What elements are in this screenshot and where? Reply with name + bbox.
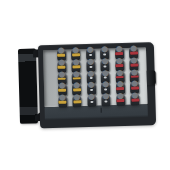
red-band bbox=[130, 52, 138, 55]
red-band bbox=[131, 99, 139, 102]
peg-r5-c2-yellow[interactable]: ● bbox=[73, 96, 82, 107]
mold-mark bbox=[101, 108, 102, 113]
gray-band bbox=[104, 88, 107, 90]
yellow-band bbox=[73, 100, 81, 103]
yellow-band bbox=[57, 54, 65, 57]
gray-band bbox=[103, 53, 106, 55]
peg-r5-c1-yellow[interactable]: ● bbox=[58, 97, 67, 108]
belt-clip bbox=[18, 48, 38, 123]
gray-band bbox=[105, 100, 108, 102]
gray-band bbox=[90, 89, 93, 91]
latch-knob[interactable] bbox=[147, 70, 156, 85]
gray-band bbox=[89, 65, 92, 67]
peg-r5-c5-red[interactable]: ● bbox=[116, 95, 125, 106]
gray-band bbox=[90, 100, 93, 102]
yellow-band bbox=[58, 66, 66, 69]
red-band bbox=[115, 52, 123, 55]
yellow-band bbox=[72, 54, 80, 57]
bit-case: ●●●●●●●●●●●●●●●●●●●●●●●●●●●●●● bbox=[18, 41, 158, 131]
yellow-band bbox=[72, 65, 80, 68]
gray-band bbox=[89, 54, 92, 56]
peg-r5-c6-red[interactable]: ● bbox=[131, 95, 140, 106]
yellow-band bbox=[59, 101, 67, 104]
peg-r5-c3-gray[interactable]: ● bbox=[87, 96, 96, 107]
peg-grid: ●●●●●●●●●●●●●●●●●●●●●●●●●●●●●● bbox=[54, 48, 143, 109]
red-band bbox=[116, 64, 124, 67]
red-band bbox=[116, 87, 124, 90]
yellow-band bbox=[58, 89, 66, 92]
red-band bbox=[130, 64, 138, 67]
red-band bbox=[117, 99, 125, 102]
peg-r5-c4-gray[interactable]: ● bbox=[102, 95, 111, 106]
peg-glyph: ● bbox=[86, 58, 95, 66]
yellow-band bbox=[73, 89, 81, 92]
gray-band bbox=[104, 65, 107, 67]
photo-background: ●●●●●●●●●●●●●●●●●●●●●●●●●●●●●● bbox=[0, 0, 170, 170]
peg-glyph: ● bbox=[100, 57, 109, 65]
red-band bbox=[131, 87, 139, 90]
